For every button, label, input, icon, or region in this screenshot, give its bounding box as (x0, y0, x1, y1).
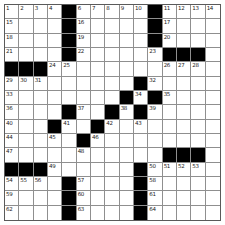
block-cell-r5c1 (5, 62, 19, 76)
cell-r3c6[interactable]: 19 (77, 34, 91, 48)
cell-r7c7[interactable] (91, 91, 105, 105)
cell-r4c1[interactable]: 21 (5, 48, 19, 62)
cell-r10c9[interactable] (120, 134, 134, 148)
block-cell-r12c2 (19, 163, 33, 177)
cell-r2c10[interactable] (134, 19, 148, 33)
cell-r7c1[interactable]: 33 (5, 91, 19, 105)
clue-number: 27 (178, 62, 184, 69)
cell-r13c7[interactable] (91, 177, 105, 191)
cell-r15c9[interactable] (120, 206, 134, 220)
cell-r5c4[interactable]: 24 (48, 62, 62, 76)
clue-number: 52 (178, 163, 184, 170)
cell-r14c3[interactable] (34, 191, 48, 205)
cell-r12c15[interactable] (206, 163, 220, 177)
cell-r15c14[interactable] (191, 206, 205, 220)
clue-number: 31 (35, 77, 41, 84)
clue-number: 47 (6, 148, 12, 155)
block-cell-r4c13 (177, 48, 191, 62)
block-cell-r2c5 (62, 19, 76, 33)
cell-r11c6[interactable]: 48 (77, 148, 91, 162)
cell-r9c10[interactable]: 43 (134, 120, 148, 134)
cell-r3c15[interactable] (206, 34, 220, 48)
clue-number: 41 (63, 120, 69, 127)
cell-r11c1[interactable]: 47 (5, 148, 19, 162)
cell-r13c3[interactable]: 56 (34, 177, 48, 191)
cell-r7c10[interactable]: 34 (134, 91, 148, 105)
cell-r12c9[interactable] (120, 163, 134, 177)
cell-r15c7[interactable] (91, 206, 105, 220)
block-cell-r1c11 (148, 5, 162, 19)
block-cell-r7c11 (148, 91, 162, 105)
block-cell-r6c10 (134, 77, 148, 91)
cell-r11c11[interactable] (148, 148, 162, 162)
clue-number: 64 (149, 206, 155, 213)
clue-number: 58 (149, 177, 155, 184)
cell-r1c13[interactable]: 12 (177, 5, 191, 19)
cell-r5c8[interactable] (105, 62, 119, 76)
block-cell-r9c7 (91, 120, 105, 134)
cell-r6c6[interactable] (77, 77, 91, 91)
cell-r1c2[interactable]: 2 (19, 5, 33, 19)
clue-number: 42 (106, 120, 112, 127)
cell-r13c2[interactable]: 55 (19, 177, 33, 191)
cell-r6c9[interactable] (120, 77, 134, 91)
cell-r11c2[interactable] (19, 148, 33, 162)
clue-number: 34 (135, 91, 141, 98)
clue-number: 46 (92, 134, 98, 141)
cell-r5c14[interactable]: 28 (191, 62, 205, 76)
cell-r8c9[interactable]: 38 (120, 105, 134, 119)
cell-r15c4[interactable] (48, 206, 62, 220)
cell-r5c6[interactable] (77, 62, 91, 76)
cell-r11c9[interactable] (120, 148, 134, 162)
clue-number: 12 (178, 5, 184, 12)
clue-number: 4 (49, 5, 52, 12)
block-cell-r5c2 (19, 62, 33, 76)
clue-number: 40 (6, 120, 12, 127)
cell-r10c12[interactable] (163, 134, 177, 148)
block-cell-r5c3 (34, 62, 48, 76)
cell-r14c8[interactable] (105, 191, 119, 205)
block-cell-r9c4 (48, 120, 62, 134)
cell-r1c1[interactable]: 1 (5, 5, 19, 19)
cell-r10c13[interactable] (177, 134, 191, 148)
block-cell-r13c5 (62, 177, 76, 191)
block-cell-r13c10 (134, 177, 148, 191)
clue-number: 36 (6, 105, 12, 112)
cell-r1c14[interactable]: 13 (191, 5, 205, 19)
clue-number: 35 (164, 91, 170, 98)
cell-r4c4[interactable] (48, 48, 62, 62)
cell-r3c9[interactable] (120, 34, 134, 48)
cell-r9c8[interactable]: 42 (105, 120, 119, 134)
cell-r8c14[interactable] (191, 105, 205, 119)
cell-r12c12[interactable]: 51 (163, 163, 177, 177)
cell-r9c13[interactable] (177, 120, 191, 134)
clue-number: 56 (35, 177, 41, 184)
cell-r6c12[interactable] (163, 77, 177, 91)
cell-r10c15[interactable] (206, 134, 220, 148)
cell-r13c9[interactable] (120, 177, 134, 191)
cell-r13c11[interactable]: 58 (148, 177, 162, 191)
clue-number: 15 (6, 19, 12, 26)
cell-r13c14[interactable] (191, 177, 205, 191)
cell-r14c13[interactable] (177, 191, 191, 205)
cell-r5c7[interactable] (91, 62, 105, 76)
cell-r11c7[interactable] (91, 148, 105, 162)
cell-r12c4[interactable]: 49 (48, 163, 62, 177)
cell-r3c13[interactable] (177, 34, 191, 48)
cell-r6c15[interactable] (206, 77, 220, 91)
cell-r5c13[interactable]: 27 (177, 62, 191, 76)
clue-number: 28 (192, 62, 198, 69)
cell-r12c7[interactable] (91, 163, 105, 177)
cell-r3c4[interactable] (48, 34, 62, 48)
cell-r8c1[interactable]: 36 (5, 105, 19, 119)
cell-r10c3[interactable] (34, 134, 48, 148)
cell-r4c11[interactable]: 23 (148, 48, 162, 62)
block-cell-r12c1 (5, 163, 19, 177)
clue-number: 57 (78, 177, 84, 184)
clue-number: 61 (149, 191, 155, 198)
block-cell-r15c10 (134, 206, 148, 220)
cell-r8c4[interactable] (48, 105, 62, 119)
cell-r13c4[interactable] (48, 177, 62, 191)
clue-number: 33 (6, 91, 12, 98)
cell-r14c7[interactable] (91, 191, 105, 205)
cell-r6c1[interactable]: 29 (5, 77, 19, 91)
clue-number: 19 (78, 34, 84, 41)
cell-r12c8[interactable] (105, 163, 119, 177)
block-cell-r8c8 (105, 105, 119, 119)
cell-r13c6[interactable]: 57 (77, 177, 91, 191)
cell-r15c6[interactable]: 63 (77, 206, 91, 220)
cell-r6c3[interactable]: 31 (34, 77, 48, 91)
cell-r8c15[interactable] (206, 105, 220, 119)
clue-number: 43 (135, 120, 141, 127)
block-cell-r11c12 (163, 148, 177, 162)
cell-r10c14[interactable] (191, 134, 205, 148)
cell-r5c11[interactable] (148, 62, 162, 76)
cell-r15c2[interactable] (19, 206, 33, 220)
clue-number: 45 (49, 134, 55, 141)
cell-r10c8[interactable] (105, 134, 119, 148)
cell-r14c9[interactable] (120, 191, 134, 205)
cell-r2c15[interactable] (206, 19, 220, 33)
cell-r12c5[interactable] (62, 163, 76, 177)
cell-r14c6[interactable]: 60 (77, 191, 91, 205)
cell-r15c11[interactable]: 64 (148, 206, 162, 220)
clue-number: 29 (6, 77, 12, 84)
cell-r3c10[interactable] (134, 34, 148, 48)
cell-r1c4[interactable]: 4 (48, 5, 62, 19)
block-cell-r1c5 (62, 5, 76, 19)
clue-number: 1 (6, 5, 9, 12)
cell-r13c8[interactable] (105, 177, 119, 191)
cell-r9c11[interactable] (148, 120, 162, 134)
cell-r1c7[interactable]: 7 (91, 5, 105, 19)
clue-number: 10 (135, 5, 141, 12)
cell-r4c15[interactable] (206, 48, 220, 62)
cell-r14c1[interactable]: 59 (5, 191, 19, 205)
cell-r12c14[interactable]: 53 (191, 163, 205, 177)
cell-r2c14[interactable] (191, 19, 205, 33)
cell-r7c4[interactable] (48, 91, 62, 105)
cell-r1c12[interactable]: 11 (163, 5, 177, 19)
cell-r7c6[interactable] (77, 91, 91, 105)
cell-r9c15[interactable] (206, 120, 220, 134)
cell-r10c4[interactable]: 45 (48, 134, 62, 148)
clue-number: 20 (164, 34, 170, 41)
cell-r5c12[interactable]: 26 (163, 62, 177, 76)
clue-number: 37 (78, 105, 84, 112)
clue-number: 7 (92, 5, 95, 12)
cell-r6c8[interactable] (105, 77, 119, 91)
cell-r3c14[interactable] (191, 34, 205, 48)
cell-r15c8[interactable] (105, 206, 119, 220)
cell-r11c15[interactable] (206, 148, 220, 162)
clue-number: 55 (20, 177, 26, 184)
block-cell-r7c9 (120, 91, 134, 105)
cell-r4c2[interactable] (19, 48, 33, 62)
cell-r7c8[interactable] (105, 91, 119, 105)
cell-r5c5[interactable]: 25 (62, 62, 76, 76)
block-cell-r10c6 (77, 134, 91, 148)
cell-r4c7[interactable] (91, 48, 105, 62)
clue-number: 62 (6, 206, 12, 213)
clue-number: 18 (6, 34, 12, 41)
cell-r5c15[interactable] (206, 62, 220, 76)
cell-r3c7[interactable] (91, 34, 105, 48)
cell-r7c14[interactable] (191, 91, 205, 105)
cell-r10c5[interactable] (62, 134, 76, 148)
cell-r5c9[interactable] (120, 62, 134, 76)
cell-r2c4[interactable] (48, 19, 62, 33)
clue-number: 50 (149, 163, 155, 170)
cell-r14c11[interactable]: 61 (148, 191, 162, 205)
clue-number: 2 (20, 5, 23, 12)
cell-r1c15[interactable]: 14 (206, 5, 220, 19)
cell-r3c2[interactable] (19, 34, 33, 48)
cell-r6c4[interactable] (48, 77, 62, 91)
cell-r11c5[interactable] (62, 148, 76, 162)
cell-r6c11[interactable]: 32 (148, 77, 162, 91)
cell-r12c6[interactable] (77, 163, 91, 177)
cell-r15c15[interactable] (206, 206, 220, 220)
clue-number: 8 (106, 5, 109, 12)
clue-number: 51 (164, 163, 170, 170)
cell-r10c2[interactable] (19, 134, 33, 148)
clue-number: 3 (35, 5, 38, 12)
cell-r13c15[interactable] (206, 177, 220, 191)
block-cell-r12c3 (34, 163, 48, 177)
cell-r2c3[interactable] (34, 19, 48, 33)
clue-number: 17 (164, 19, 170, 26)
cell-r7c15[interactable] (206, 91, 220, 105)
clue-number: 48 (78, 148, 84, 155)
cell-r8c13[interactable] (177, 105, 191, 119)
cell-r15c12[interactable] (163, 206, 177, 220)
cell-r2c7[interactable] (91, 19, 105, 33)
cell-r8c3[interactable] (34, 105, 48, 119)
cell-r8c6[interactable]: 37 (77, 105, 91, 119)
block-cell-r14c5 (62, 191, 76, 205)
cell-r8c2[interactable] (19, 105, 33, 119)
cell-r2c13[interactable] (177, 19, 191, 33)
cell-r15c13[interactable] (177, 206, 191, 220)
clue-number: 49 (49, 163, 55, 170)
cell-r13c13[interactable] (177, 177, 191, 191)
cell-r11c3[interactable] (34, 148, 48, 162)
cell-r6c7[interactable] (91, 77, 105, 91)
cell-r2c1[interactable]: 15 (5, 19, 19, 33)
cell-r13c12[interactable] (163, 177, 177, 191)
block-cell-r4c14 (191, 48, 205, 62)
cell-r11c10[interactable] (134, 148, 148, 162)
cell-r14c15[interactable] (206, 191, 220, 205)
clue-number: 38 (121, 105, 127, 112)
cell-r15c1[interactable]: 62 (5, 206, 19, 220)
cell-r14c2[interactable] (19, 191, 33, 205)
cell-r9c12[interactable] (163, 120, 177, 134)
clue-number: 54 (6, 177, 12, 184)
cell-r7c5[interactable] (62, 91, 76, 105)
cell-r9c1[interactable]: 40 (5, 120, 19, 134)
clue-number: 9 (121, 5, 124, 12)
cell-r2c6[interactable]: 16 (77, 19, 91, 33)
cell-r10c10[interactable] (134, 134, 148, 148)
clue-number: 6 (78, 5, 81, 12)
cell-r6c13[interactable] (177, 77, 191, 91)
cell-r3c8[interactable] (105, 34, 119, 48)
cell-r10c1[interactable]: 44 (5, 134, 19, 148)
cell-r8c7[interactable] (91, 105, 105, 119)
cell-r7c13[interactable] (177, 91, 191, 105)
block-cell-r4c5 (62, 48, 76, 62)
cell-r15c3[interactable] (34, 206, 48, 220)
cell-r11c4[interactable] (48, 148, 62, 162)
cell-r4c3[interactable] (34, 48, 48, 62)
cell-r6c14[interactable] (191, 77, 205, 91)
cell-r9c5[interactable]: 41 (62, 120, 76, 134)
cell-r6c2[interactable]: 30 (19, 77, 33, 91)
crossword-page: 1234678910111213141516171819202122232425… (0, 0, 225, 225)
clue-number: 13 (192, 5, 198, 12)
cell-r1c6[interactable]: 6 (77, 5, 91, 19)
block-cell-r11c14 (191, 148, 205, 162)
cell-r7c2[interactable] (19, 91, 33, 105)
cell-r4c10[interactable] (134, 48, 148, 62)
cell-r2c12[interactable]: 17 (163, 19, 177, 33)
cell-r1c3[interactable]: 3 (34, 5, 48, 19)
block-cell-r14c10 (134, 191, 148, 205)
cell-r8c12[interactable] (163, 105, 177, 119)
cell-r14c4[interactable] (48, 191, 62, 205)
cell-r13c1[interactable]: 54 (5, 177, 19, 191)
block-cell-r4c12 (163, 48, 177, 62)
cell-r12c13[interactable]: 52 (177, 163, 191, 177)
cell-r1c8[interactable]: 8 (105, 5, 119, 19)
cell-r9c3[interactable] (34, 120, 48, 134)
cell-r11c8[interactable] (105, 148, 119, 162)
clue-number: 32 (149, 77, 155, 84)
clue-number: 14 (207, 5, 213, 12)
clue-number: 63 (78, 206, 84, 213)
cell-r2c9[interactable] (120, 19, 134, 33)
cell-r9c2[interactable] (19, 120, 33, 134)
cell-r9c9[interactable] (120, 120, 134, 134)
clue-number: 21 (6, 48, 12, 55)
cell-r3c3[interactable] (34, 34, 48, 48)
clue-number: 23 (149, 48, 155, 55)
cell-r8c11[interactable]: 39 (148, 105, 162, 119)
block-cell-r12c10 (134, 163, 148, 177)
cell-r4c9[interactable] (120, 48, 134, 62)
cell-r1c10[interactable]: 10 (134, 5, 148, 19)
cell-r2c8[interactable] (105, 19, 119, 33)
cell-r6c5[interactable] (62, 77, 76, 91)
block-cell-r3c11 (148, 34, 162, 48)
cell-r3c1[interactable]: 18 (5, 34, 19, 48)
clue-number: 60 (78, 191, 84, 198)
crossword-board: 1234678910111213141516171819202122232425… (4, 4, 221, 221)
clue-number: 30 (20, 77, 26, 84)
clue-number: 16 (78, 19, 84, 26)
cell-r1c9[interactable]: 9 (120, 5, 134, 19)
block-cell-r11c13 (177, 148, 191, 162)
cell-r9c14[interactable] (191, 120, 205, 134)
cell-r3c12[interactable]: 20 (163, 34, 177, 48)
block-cell-r8c5 (62, 105, 76, 119)
block-cell-r15c5 (62, 206, 76, 220)
clue-number: 25 (63, 62, 69, 69)
block-cell-r3c5 (62, 34, 76, 48)
block-cell-r8c10 (134, 105, 148, 119)
cell-r12c11[interactable]: 50 (148, 163, 162, 177)
cell-r14c12[interactable] (163, 191, 177, 205)
clue-number: 59 (6, 191, 12, 198)
cell-r7c3[interactable] (34, 91, 48, 105)
cell-r4c8[interactable] (105, 48, 119, 62)
clue-number: 53 (192, 163, 198, 170)
clue-number: 39 (149, 105, 155, 112)
block-cell-r2c11 (148, 19, 162, 33)
cell-r9c6[interactable] (77, 120, 91, 134)
cell-r14c14[interactable] (191, 191, 205, 205)
cell-r7c12[interactable]: 35 (163, 91, 177, 105)
cell-r10c7[interactable]: 46 (91, 134, 105, 148)
cell-r2c2[interactable] (19, 19, 33, 33)
cell-r5c10[interactable] (134, 62, 148, 76)
clue-number: 22 (78, 48, 84, 55)
clue-number: 24 (49, 62, 55, 69)
cell-r10c11[interactable] (148, 134, 162, 148)
clue-number: 11 (164, 5, 170, 12)
clue-number: 26 (164, 62, 170, 69)
cell-r4c6[interactable]: 22 (77, 48, 91, 62)
clue-number: 44 (6, 134, 12, 141)
